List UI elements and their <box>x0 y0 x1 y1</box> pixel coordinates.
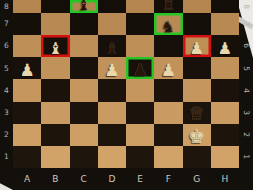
black-knight: ♞ <box>161 19 175 35</box>
black-bishop: ♝ <box>105 41 120 57</box>
chessboard-photo: 87654321 ♝♜♞♝♝♟♟♟♟♟♟♛♚ 87654321 ABCDEFGH <box>0 0 253 190</box>
rank-label-left-7: 7 <box>0 13 13 35</box>
chessboard: ♝♜♞♝♝♟♟♟♟♟♟♛♚ <box>13 0 239 168</box>
square-b1 <box>41 146 69 168</box>
square-f4 <box>154 79 182 101</box>
square-e8 <box>126 0 154 13</box>
square-a1 <box>13 146 41 168</box>
square-g8 <box>183 0 211 13</box>
square-g2: ♚ <box>183 124 211 146</box>
square-a2 <box>13 124 41 146</box>
square-h3 <box>211 102 239 124</box>
square-h1 <box>211 146 239 168</box>
square-h4 <box>211 79 239 101</box>
square-h7 <box>211 13 239 35</box>
file-label-g: G <box>183 168 211 190</box>
square-e1 <box>126 146 154 168</box>
rank-label-right-2: 2 <box>239 124 253 146</box>
white-king: ♚ <box>188 127 205 146</box>
square-e4 <box>126 79 154 101</box>
square-b2 <box>41 124 69 146</box>
rank-label-right-1: 1 <box>239 146 253 168</box>
white-bishop: ♝ <box>48 41 63 57</box>
white-pawn: ♟ <box>161 62 176 79</box>
rank-label-right-8: 8 <box>239 0 253 13</box>
rank-labels-right: 87654321 <box>239 0 253 168</box>
square-e7 <box>126 13 154 35</box>
black-pawn: ♟ <box>132 62 147 79</box>
square-h6: ♟ <box>211 35 239 57</box>
rank-label-right-5: 5 <box>239 57 253 79</box>
square-b6: ♝ <box>41 35 69 57</box>
square-e5: ♟ <box>126 57 154 79</box>
square-a3 <box>13 102 41 124</box>
square-f2 <box>154 124 182 146</box>
square-f6 <box>154 35 182 57</box>
square-c8: ♝ <box>70 0 98 13</box>
square-g5 <box>183 57 211 79</box>
square-g6: ♟ <box>183 35 211 57</box>
rank-label-left-1: 1 <box>0 146 13 168</box>
white-pawn: ♟ <box>19 62 34 79</box>
file-label-b: B <box>41 168 69 190</box>
square-c4 <box>70 79 98 101</box>
square-e6 <box>126 35 154 57</box>
square-f3 <box>154 102 182 124</box>
file-label-a: A <box>13 168 41 190</box>
square-g4 <box>183 79 211 101</box>
rank-label-right-7: 7 <box>239 13 253 35</box>
square-f8: ♜ <box>154 0 182 13</box>
file-label-h: H <box>211 168 239 190</box>
square-c1 <box>70 146 98 168</box>
square-a8 <box>13 0 41 13</box>
square-g3: ♛ <box>183 102 211 124</box>
square-d1 <box>98 146 126 168</box>
rank-label-right-3: 3 <box>239 102 253 124</box>
square-b5 <box>41 57 69 79</box>
table-surface-corner <box>0 181 13 190</box>
white-pawn: ♟ <box>104 62 119 79</box>
square-d4 <box>98 79 126 101</box>
square-g7 <box>183 13 211 35</box>
square-e3 <box>126 102 154 124</box>
rank-label-left-3: 3 <box>0 102 13 124</box>
black-bishop: ♝ <box>77 0 90 13</box>
square-b4 <box>41 79 69 101</box>
file-labels: ABCDEFGH <box>13 168 239 190</box>
file-label-e: E <box>126 168 154 190</box>
rank-label-left-5: 5 <box>0 57 13 79</box>
square-h2 <box>211 124 239 146</box>
square-f7: ♞ <box>154 13 182 35</box>
rank-label-right-6: 6 <box>239 35 253 57</box>
square-h5 <box>211 57 239 79</box>
square-c7 <box>70 13 98 35</box>
square-e2 <box>126 124 154 146</box>
square-d6: ♝ <box>98 35 126 57</box>
file-label-c: C <box>70 168 98 190</box>
rank-label-left-8: 8 <box>0 0 13 13</box>
rank-label-left-6: 6 <box>0 35 13 57</box>
square-a5: ♟ <box>13 57 41 79</box>
square-d2 <box>98 124 126 146</box>
square-a6 <box>13 35 41 57</box>
square-b8 <box>41 0 69 13</box>
square-a4 <box>13 79 41 101</box>
square-b3 <box>41 102 69 124</box>
square-h8 <box>211 0 239 13</box>
square-f1 <box>154 146 182 168</box>
square-d3 <box>98 102 126 124</box>
file-label-f: F <box>154 168 182 190</box>
square-c3 <box>70 102 98 124</box>
square-c2 <box>70 124 98 146</box>
black-queen: ♛ <box>188 105 205 124</box>
square-a7 <box>13 13 41 35</box>
black-rook: ♜ <box>162 0 175 13</box>
white-pawn: ♟ <box>218 41 233 57</box>
white-pawn: ♟ <box>189 41 204 57</box>
rank-labels-left: 87654321 <box>0 0 13 168</box>
square-b7 <box>41 13 69 35</box>
square-d7 <box>98 13 126 35</box>
rank-label-left-4: 4 <box>0 79 13 101</box>
square-d8 <box>98 0 126 13</box>
rank-label-left-2: 2 <box>0 124 13 146</box>
square-c6 <box>70 35 98 57</box>
square-f5: ♟ <box>154 57 182 79</box>
square-c5 <box>70 57 98 79</box>
square-d5: ♟ <box>98 57 126 79</box>
square-g1 <box>183 146 211 168</box>
rank-label-right-4: 4 <box>239 79 253 101</box>
file-label-d: D <box>98 168 126 190</box>
